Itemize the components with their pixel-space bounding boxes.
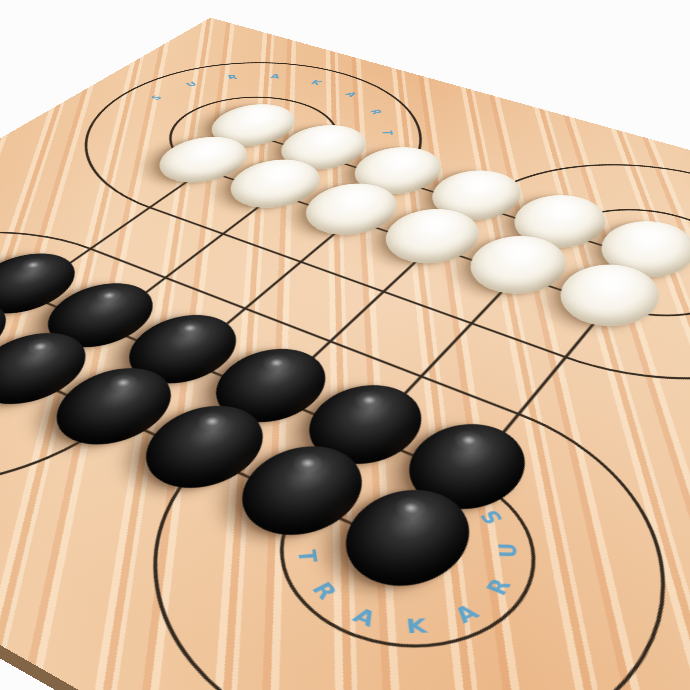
surakarta-board-photo: SURAKARTASURAKARTA: [0, 0, 690, 690]
board-lines: [0, 18, 690, 690]
loop-letter: R: [227, 74, 238, 81]
surakarta-board: SURAKARTASURAKARTA: [0, 18, 690, 690]
